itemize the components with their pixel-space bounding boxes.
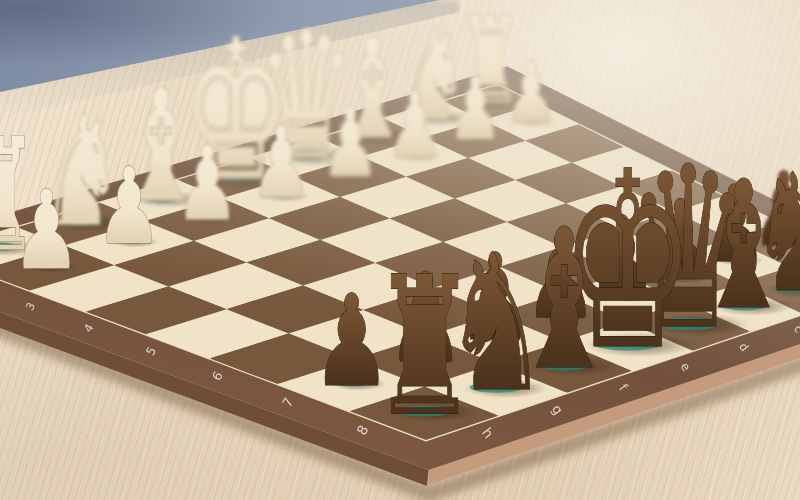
piece-glyph-pawn: ♟: [175, 124, 239, 243]
chessboard: 12345678abcdefgh♜♞♟♝♟♛♟♚♟♝♟♞♟♟♜♟♟♜♟♟♞♟♝♟…: [0, 0, 800, 500]
piece-white-pawn-b2: ♟: [448, 58, 503, 160]
piece-glyph-pawn: ♟: [448, 58, 503, 160]
piece-glyph-pawn: ♟: [320, 88, 380, 198]
piece-white-pawn-f2: ♟: [175, 124, 239, 243]
chess-photo-scene: 12345678abcdefgh♜♞♟♝♟♛♟♚♟♝♟♞♟♟♜♟♟♜♟♟♞♟♝♟…: [0, 0, 800, 500]
piece-glyph-pawn: ♟: [12, 167, 80, 293]
piece-white-pawn-e2: ♟: [250, 106, 312, 221]
piece-white-pawn-d2: ♟: [320, 88, 380, 198]
piece-glyph-rook: ♜: [372, 235, 478, 459]
piece-white-pawn-a2: ♟: [504, 43, 557, 141]
piece-white-pawn-c2: ♟: [386, 72, 443, 179]
piece-white-pawn-g2: ♟: [96, 144, 162, 267]
piece-glyph-pawn: ♟: [386, 72, 443, 179]
piece-black-rook-h8: ♜: [372, 235, 478, 459]
piece-glyph-pawn: ♟: [96, 144, 162, 267]
piece-white-pawn-h2: ♟: [12, 167, 80, 293]
piece-glyph-pawn: ♟: [250, 106, 312, 221]
piece-glyph-pawn: ♟: [504, 43, 557, 141]
